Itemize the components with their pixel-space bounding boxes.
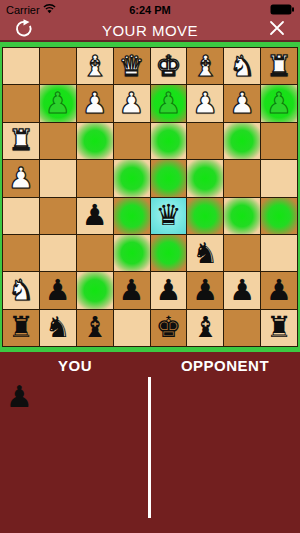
black-pawn: ♟	[119, 276, 145, 305]
square-d4[interactable]	[114, 160, 150, 196]
you-label: YOU	[0, 357, 150, 374]
opponent-tray: OPPONENT	[150, 352, 300, 533]
square-b5[interactable]	[40, 198, 76, 234]
black-rook: ♜	[8, 313, 34, 342]
white-pawn: ♟	[82, 89, 108, 118]
square-f7[interactable]: ♟	[187, 272, 223, 308]
black-queen: ♛	[155, 201, 181, 230]
square-b1[interactable]	[40, 48, 76, 84]
square-g2[interactable]: ♟	[224, 85, 260, 121]
square-d6[interactable]	[114, 235, 150, 271]
square-h7[interactable]: ♟	[261, 272, 297, 308]
square-f8[interactable]: ♝	[187, 310, 223, 346]
white-rook: ♜	[266, 52, 292, 81]
white-pawn: ♟	[192, 89, 218, 118]
square-e2[interactable]: ♟	[151, 85, 187, 121]
square-b6[interactable]	[40, 235, 76, 271]
square-g8[interactable]	[224, 310, 260, 346]
square-g6[interactable]	[224, 235, 260, 271]
square-d8[interactable]	[114, 310, 150, 346]
square-c7[interactable]	[77, 272, 113, 308]
chess-board: ♝♛♚♝♞♜♟♟♟♟♟♟♟♜♟♟♛♞♞♟♟♟♟♟♟♜♞♝♚♝♜	[2, 47, 298, 347]
black-pawn: ♟	[229, 276, 255, 305]
square-e1[interactable]: ♚	[151, 48, 187, 84]
square-a3[interactable]: ♜	[3, 123, 39, 159]
square-a4[interactable]: ♟	[3, 160, 39, 196]
square-f4[interactable]	[187, 160, 223, 196]
square-g4[interactable]	[224, 160, 260, 196]
square-g1[interactable]: ♞	[224, 48, 260, 84]
square-c6[interactable]	[77, 235, 113, 271]
white-king: ♚	[155, 52, 181, 81]
square-e4[interactable]	[151, 160, 187, 196]
white-bishop: ♝	[82, 52, 108, 81]
square-h4[interactable]	[261, 160, 297, 196]
square-c5[interactable]: ♟	[77, 198, 113, 234]
white-pawn: ♟	[155, 89, 181, 118]
square-d2[interactable]: ♟	[114, 85, 150, 121]
white-bishop: ♝	[192, 52, 218, 81]
square-g5[interactable]	[224, 198, 260, 234]
square-f6[interactable]: ♞	[187, 235, 223, 271]
black-rook: ♜	[266, 313, 292, 342]
square-c3[interactable]	[77, 123, 113, 159]
white-knight: ♞	[229, 52, 255, 81]
captured-black-pawn: ♟	[6, 382, 33, 412]
white-queen: ♛	[119, 52, 145, 81]
square-e8[interactable]: ♚	[151, 310, 187, 346]
square-c8[interactable]: ♝	[77, 310, 113, 346]
square-h8[interactable]: ♜	[261, 310, 297, 346]
white-pawn: ♟	[119, 89, 145, 118]
square-h3[interactable]	[261, 123, 297, 159]
square-f2[interactable]: ♟	[187, 85, 223, 121]
black-pawn: ♟	[45, 276, 71, 305]
white-pawn: ♟	[8, 164, 34, 193]
square-a8[interactable]: ♜	[3, 310, 39, 346]
square-f1[interactable]: ♝	[187, 48, 223, 84]
square-b8[interactable]: ♞	[40, 310, 76, 346]
opponent-label: OPPONENT	[150, 357, 300, 374]
square-e5[interactable]: ♛	[151, 198, 187, 234]
square-c4[interactable]	[77, 160, 113, 196]
square-e6[interactable]	[151, 235, 187, 271]
square-f5[interactable]	[187, 198, 223, 234]
you-tray: YOU ♟	[0, 352, 150, 533]
square-g7[interactable]: ♟	[224, 272, 260, 308]
white-knight: ♞	[8, 276, 34, 305]
square-a5[interactable]	[3, 198, 39, 234]
close-icon	[269, 20, 285, 40]
black-knight: ♞	[192, 239, 218, 268]
square-b3[interactable]	[40, 123, 76, 159]
square-c2[interactable]: ♟	[77, 85, 113, 121]
square-c1[interactable]: ♝	[77, 48, 113, 84]
square-a7[interactable]: ♞	[3, 272, 39, 308]
black-pawn: ♟	[155, 276, 181, 305]
square-b4[interactable]	[40, 160, 76, 196]
nav-bar: YOUR MOVE	[0, 20, 300, 42]
white-pawn: ♟	[266, 89, 292, 118]
board-frame: ♝♛♚♝♞♜♟♟♟♟♟♟♟♜♟♟♛♞♞♟♟♟♟♟♟♜♞♝♚♝♜	[0, 42, 300, 352]
black-pawn: ♟	[192, 276, 218, 305]
white-pawn: ♟	[45, 89, 71, 118]
status-bar: Carrier 6:24 PM	[0, 0, 300, 20]
refresh-icon	[14, 19, 33, 42]
square-a2[interactable]	[3, 85, 39, 121]
black-pawn: ♟	[82, 201, 108, 230]
square-b2[interactable]: ♟	[40, 85, 76, 121]
you-captured-pieces: ♟	[0, 374, 150, 420]
black-knight: ♞	[45, 313, 71, 342]
square-d3[interactable]	[114, 123, 150, 159]
square-h1[interactable]: ♜	[261, 48, 297, 84]
black-bishop: ♝	[82, 313, 108, 342]
square-h5[interactable]	[261, 198, 297, 234]
square-a6[interactable]	[3, 235, 39, 271]
square-f3[interactable]	[187, 123, 223, 159]
square-d7[interactable]: ♟	[114, 272, 150, 308]
black-king: ♚	[155, 313, 181, 342]
square-h2[interactable]: ♟	[261, 85, 297, 121]
clock: 6:24 PM	[0, 4, 300, 16]
page-title: YOUR MOVE	[0, 22, 300, 39]
white-rook: ♜	[8, 126, 34, 155]
square-d5[interactable]	[114, 198, 150, 234]
opponent-captured-pieces	[150, 374, 300, 390]
square-a1[interactable]	[3, 48, 39, 84]
square-e7[interactable]: ♟	[151, 272, 187, 308]
black-bishop: ♝	[192, 313, 218, 342]
white-pawn: ♟	[229, 89, 255, 118]
refresh-button[interactable]	[12, 20, 34, 40]
capture-tray: YOU ♟ OPPONENT	[0, 352, 300, 533]
tray-divider	[148, 377, 151, 518]
square-b7[interactable]: ♟	[40, 272, 76, 308]
close-button[interactable]	[266, 20, 288, 40]
square-g3[interactable]	[224, 123, 260, 159]
square-h6[interactable]	[261, 235, 297, 271]
square-e3[interactable]	[151, 123, 187, 159]
black-pawn: ♟	[266, 276, 292, 305]
square-d1[interactable]: ♛	[114, 48, 150, 84]
